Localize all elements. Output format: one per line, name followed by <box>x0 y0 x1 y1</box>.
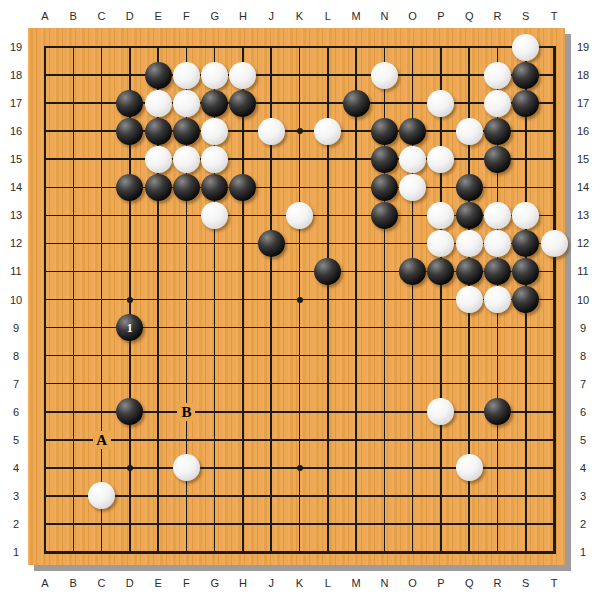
stone-white-J16[interactable] <box>258 118 285 145</box>
column-label-bottom-N: N <box>373 576 395 590</box>
stone-black-F16[interactable] <box>173 118 200 145</box>
column-label-bottom-H: H <box>232 576 254 590</box>
star-point-D10 <box>127 297 133 303</box>
column-label-bottom-A: A <box>34 576 56 590</box>
column-label-top-F: F <box>175 9 197 23</box>
row-label-left-7: 7 <box>5 377 27 391</box>
row-label-left-9: 9 <box>5 321 27 335</box>
column-label-top-T: T <box>543 9 565 23</box>
row-label-right-14: 14 <box>572 180 594 194</box>
column-label-bottom-C: C <box>91 576 113 590</box>
column-label-bottom-L: L <box>317 576 339 590</box>
column-label-bottom-F: F <box>175 576 197 590</box>
row-label-right-6: 6 <box>572 405 594 419</box>
row-label-right-19: 19 <box>572 40 594 54</box>
move-number-label: 1 <box>127 322 133 334</box>
stone-black-G14[interactable] <box>201 174 228 201</box>
stone-black-Q14[interactable] <box>456 174 483 201</box>
stone-black-O16[interactable] <box>399 118 426 145</box>
column-label-top-S: S <box>515 9 537 23</box>
stone-black-R16[interactable] <box>484 118 511 145</box>
stone-white-R13[interactable] <box>484 202 511 229</box>
column-label-top-A: A <box>34 9 56 23</box>
stone-white-N18[interactable] <box>371 62 398 89</box>
stone-black-H17[interactable] <box>229 90 256 117</box>
stone-white-O14[interactable] <box>399 174 426 201</box>
row-label-left-4: 4 <box>5 461 27 475</box>
row-label-left-5: 5 <box>5 433 27 447</box>
star-point-K16 <box>297 128 303 134</box>
stone-white-L16[interactable] <box>314 118 341 145</box>
stone-white-E17[interactable] <box>145 90 172 117</box>
row-label-right-4: 4 <box>572 461 594 475</box>
row-label-left-12: 12 <box>5 236 27 250</box>
stone-black-D16[interactable] <box>116 118 143 145</box>
row-label-right-2: 2 <box>572 517 594 531</box>
row-label-left-8: 8 <box>5 349 27 363</box>
row-label-left-17: 17 <box>5 96 27 110</box>
stone-white-G13[interactable] <box>201 202 228 229</box>
row-label-left-19: 19 <box>5 40 27 54</box>
column-label-bottom-Q: Q <box>458 576 480 590</box>
stone-black-D17[interactable] <box>116 90 143 117</box>
column-label-bottom-D: D <box>119 576 141 590</box>
row-label-left-18: 18 <box>5 68 27 82</box>
row-label-left-11: 11 <box>5 264 27 278</box>
row-label-right-15: 15 <box>572 152 594 166</box>
row-label-right-8: 8 <box>572 349 594 363</box>
row-label-left-13: 13 <box>5 208 27 222</box>
stone-white-H18[interactable] <box>229 62 256 89</box>
column-label-bottom-R: R <box>486 576 508 590</box>
column-label-top-B: B <box>62 9 84 23</box>
row-label-left-16: 16 <box>5 124 27 138</box>
stone-white-P15[interactable] <box>427 146 454 173</box>
stone-white-Q4[interactable] <box>456 454 483 481</box>
stone-white-E15[interactable] <box>145 146 172 173</box>
stone-white-F18[interactable] <box>173 62 200 89</box>
stone-black-S18[interactable] <box>512 62 539 89</box>
row-label-left-1: 1 <box>5 545 27 559</box>
column-label-top-N: N <box>373 9 395 23</box>
stone-white-P17[interactable] <box>427 90 454 117</box>
stone-white-R17[interactable] <box>484 90 511 117</box>
column-label-bottom-B: B <box>62 576 84 590</box>
column-label-bottom-O: O <box>402 576 424 590</box>
stone-black-S17[interactable] <box>512 90 539 117</box>
column-label-top-C: C <box>91 9 113 23</box>
stone-black-R15[interactable] <box>484 146 511 173</box>
stone-black-N14[interactable] <box>371 174 398 201</box>
column-label-bottom-S: S <box>515 576 537 590</box>
column-label-bottom-K: K <box>289 576 311 590</box>
column-label-top-G: G <box>204 9 226 23</box>
stone-white-Q16[interactable] <box>456 118 483 145</box>
row-label-right-17: 17 <box>572 96 594 110</box>
row-label-right-3: 3 <box>572 489 594 503</box>
stone-black-N16[interactable] <box>371 118 398 145</box>
row-label-right-10: 10 <box>572 293 594 307</box>
stone-white-R10[interactable] <box>484 286 511 313</box>
stone-white-K13[interactable] <box>286 202 313 229</box>
stone-white-S19[interactable] <box>512 34 539 61</box>
stone-white-R18[interactable] <box>484 62 511 89</box>
stone-black-O11[interactable] <box>399 258 426 285</box>
stone-black-Q11[interactable] <box>456 258 483 285</box>
row-label-right-1: 1 <box>572 545 594 559</box>
stone-black-Q13[interactable] <box>456 202 483 229</box>
row-label-left-15: 15 <box>5 152 27 166</box>
row-label-left-6: 6 <box>5 405 27 419</box>
column-label-top-M: M <box>345 9 367 23</box>
stone-black-E18[interactable] <box>145 62 172 89</box>
stone-white-S13[interactable] <box>512 202 539 229</box>
stone-black-G17[interactable] <box>201 90 228 117</box>
row-label-right-12: 12 <box>572 236 594 250</box>
stone-white-Q12[interactable] <box>456 230 483 257</box>
stone-black-R11[interactable] <box>484 258 511 285</box>
stone-white-G18[interactable] <box>201 62 228 89</box>
point-label-B[interactable]: B <box>177 403 195 421</box>
stone-white-T12[interactable] <box>541 230 568 257</box>
stone-white-F17[interactable] <box>173 90 200 117</box>
column-label-bottom-G: G <box>204 576 226 590</box>
column-label-top-Q: Q <box>458 9 480 23</box>
column-label-top-L: L <box>317 9 339 23</box>
stone-white-R12[interactable] <box>484 230 511 257</box>
row-label-right-13: 13 <box>572 208 594 222</box>
row-label-right-7: 7 <box>572 377 594 391</box>
stone-white-Q10[interactable] <box>456 286 483 313</box>
row-label-right-18: 18 <box>572 68 594 82</box>
column-label-top-H: H <box>232 9 254 23</box>
stone-black-E14[interactable] <box>145 174 172 201</box>
column-label-bottom-J: J <box>260 576 282 590</box>
row-label-left-2: 2 <box>5 517 27 531</box>
row-label-right-11: 11 <box>572 264 594 278</box>
stone-black-N15[interactable] <box>371 146 398 173</box>
stone-white-F15[interactable] <box>173 146 200 173</box>
star-point-K10 <box>297 297 303 303</box>
row-label-right-16: 16 <box>572 124 594 138</box>
stone-white-G15[interactable] <box>201 146 228 173</box>
row-label-right-9: 9 <box>572 321 594 335</box>
stone-black-J12[interactable] <box>258 230 285 257</box>
column-label-top-P: P <box>430 9 452 23</box>
column-label-top-D: D <box>119 9 141 23</box>
stone-black-E16[interactable] <box>145 118 172 145</box>
stone-black-F14[interactable] <box>173 174 200 201</box>
column-label-top-E: E <box>147 9 169 23</box>
column-label-bottom-M: M <box>345 576 367 590</box>
stone-black-N13[interactable] <box>371 202 398 229</box>
stone-black-D14[interactable] <box>116 174 143 201</box>
row-label-right-5: 5 <box>572 433 594 447</box>
stone-white-G16[interactable] <box>201 118 228 145</box>
row-label-left-14: 14 <box>5 180 27 194</box>
column-label-top-O: O <box>402 9 424 23</box>
column-label-top-K: K <box>289 9 311 23</box>
point-label-A[interactable]: A <box>93 431 111 449</box>
row-label-left-3: 3 <box>5 489 27 503</box>
column-label-top-R: R <box>486 9 508 23</box>
stone-black-M17[interactable] <box>343 90 370 117</box>
star-point-D4 <box>127 465 133 471</box>
column-label-bottom-P: P <box>430 576 452 590</box>
stone-black-S12[interactable] <box>512 230 539 257</box>
column-label-top-J: J <box>260 9 282 23</box>
row-label-left-10: 10 <box>5 293 27 307</box>
stone-white-O15[interactable] <box>399 146 426 173</box>
column-label-bottom-E: E <box>147 576 169 590</box>
column-label-bottom-T: T <box>543 576 565 590</box>
go-diagram-page: AABBCCDDEEFFGGHHJJKKLLMMNNOOPPQQRRSSTT19… <box>0 0 600 600</box>
star-point-K4 <box>297 465 303 471</box>
